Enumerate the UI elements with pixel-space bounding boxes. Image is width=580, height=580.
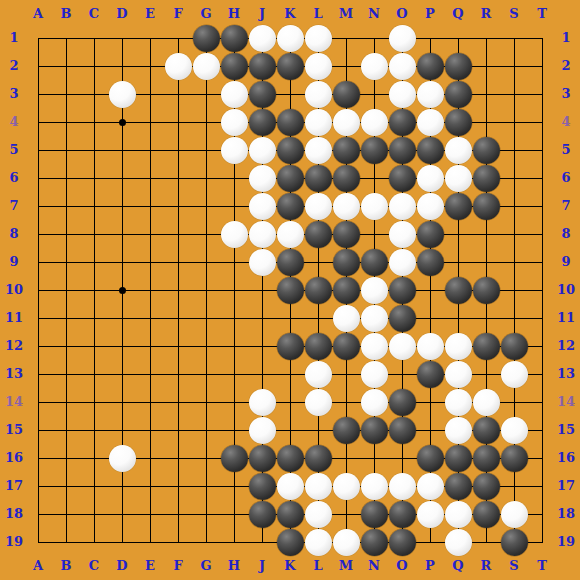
stone-black-K18 [277,501,304,528]
stone-white-S18 [501,501,528,528]
row-label-right-17: 17 [554,479,578,493]
row-label-left-17: 17 [2,479,26,493]
stone-black-Q17 [445,473,472,500]
col-label-top-G: G [194,7,218,21]
row-label-left-1: 1 [2,31,26,45]
stone-black-O19 [389,529,416,556]
stone-black-M15 [333,417,360,444]
col-label-bottom-N: N [362,559,386,573]
col-label-bottom-P: P [418,559,442,573]
stone-white-J5 [249,137,276,164]
stone-black-N19 [361,529,388,556]
col-label-top-P: P [418,7,442,21]
stone-black-J18 [249,501,276,528]
col-label-top-E: E [138,7,162,21]
row-label-left-16: 16 [2,451,26,465]
row-label-right-2: 2 [554,59,578,73]
stone-white-L7 [305,193,332,220]
row-label-left-3: 3 [2,87,26,101]
stone-white-N10 [361,277,388,304]
stone-black-K5 [277,137,304,164]
stone-black-P16 [417,445,444,472]
stone-black-K12 [277,333,304,360]
stone-white-J15 [249,417,276,444]
row-label-left-5: 5 [2,143,26,157]
stone-white-H3 [221,81,248,108]
stone-white-J9 [249,249,276,276]
stone-black-K16 [277,445,304,472]
stone-black-O14 [389,389,416,416]
stone-white-M4 [333,109,360,136]
row-label-right-10: 10 [554,283,578,297]
col-label-top-S: S [502,7,526,21]
stone-white-M7 [333,193,360,220]
stone-white-H4 [221,109,248,136]
stone-black-Q16 [445,445,472,472]
col-label-top-T: T [530,7,554,21]
row-label-right-12: 12 [554,339,578,353]
row-label-left-7: 7 [2,199,26,213]
row-label-left-9: 9 [2,255,26,269]
stone-white-N14 [361,389,388,416]
stone-black-K7 [277,193,304,220]
stone-black-Q3 [445,81,472,108]
stone-black-N15 [361,417,388,444]
stone-white-O12 [389,333,416,360]
stone-white-P7 [417,193,444,220]
stone-white-P6 [417,165,444,192]
stone-black-P5 [417,137,444,164]
row-label-right-16: 16 [554,451,578,465]
col-label-bottom-M: M [334,559,358,573]
stone-black-L6 [305,165,332,192]
stone-black-J3 [249,81,276,108]
row-label-right-19: 19 [554,535,578,549]
stone-white-O3 [389,81,416,108]
stone-black-Q7 [445,193,472,220]
row-label-right-18: 18 [554,507,578,521]
row-label-left-19: 19 [2,535,26,549]
stone-white-L5 [305,137,332,164]
stone-black-J4 [249,109,276,136]
col-label-bottom-H: H [222,559,246,573]
stone-white-S13 [501,361,528,388]
grid-vline-T [542,38,543,543]
stone-white-N17 [361,473,388,500]
row-label-right-5: 5 [554,143,578,157]
col-label-bottom-O: O [390,559,414,573]
stone-white-G2 [193,53,220,80]
stone-white-H8 [221,221,248,248]
stone-black-J2 [249,53,276,80]
row-label-left-15: 15 [2,423,26,437]
stone-black-H16 [221,445,248,472]
stone-white-L1 [305,25,332,52]
stone-black-J17 [249,473,276,500]
col-label-top-K: K [278,7,302,21]
row-label-right-4: 4 [554,115,578,129]
stone-white-O2 [389,53,416,80]
stone-black-O6 [389,165,416,192]
stone-white-N11 [361,305,388,332]
stone-white-N7 [361,193,388,220]
row-label-right-1: 1 [554,31,578,45]
go-board[interactable]: AABBCCDDEEFFGGHHJJKKLLMMNNOOPPQQRRSSTT11… [0,0,580,580]
col-label-bottom-A: A [26,559,50,573]
col-label-bottom-T: T [530,559,554,573]
stone-black-K2 [277,53,304,80]
col-label-bottom-E: E [138,559,162,573]
col-label-top-R: R [474,7,498,21]
stone-black-M8 [333,221,360,248]
row-label-right-7: 7 [554,199,578,213]
row-label-right-3: 3 [554,87,578,101]
stone-white-J7 [249,193,276,220]
stone-black-R10 [473,277,500,304]
stone-white-O9 [389,249,416,276]
stone-white-D3 [109,81,136,108]
stone-white-S15 [501,417,528,444]
star-point-D4 [119,119,126,126]
stone-black-O11 [389,305,416,332]
stone-white-N2 [361,53,388,80]
stone-black-H1 [221,25,248,52]
col-label-top-Q: Q [446,7,470,21]
row-label-right-15: 15 [554,423,578,437]
col-label-bottom-S: S [502,559,526,573]
col-label-top-F: F [166,7,190,21]
row-label-left-4: 4 [2,115,26,129]
stone-black-Q4 [445,109,472,136]
stone-white-K17 [277,473,304,500]
stone-black-P13 [417,361,444,388]
stone-white-K8 [277,221,304,248]
stone-black-N5 [361,137,388,164]
stone-black-O15 [389,417,416,444]
row-label-right-6: 6 [554,171,578,185]
stone-black-M5 [333,137,360,164]
stone-black-L12 [305,333,332,360]
stone-white-D16 [109,445,136,472]
stone-white-L2 [305,53,332,80]
col-label-top-J: J [250,7,274,21]
stone-black-O4 [389,109,416,136]
stone-white-P18 [417,501,444,528]
col-label-bottom-L: L [306,559,330,573]
stone-black-O18 [389,501,416,528]
stone-black-O5 [389,137,416,164]
stone-black-R6 [473,165,500,192]
stone-black-P8 [417,221,444,248]
stone-white-K1 [277,25,304,52]
stone-black-R16 [473,445,500,472]
stone-white-Q15 [445,417,472,444]
col-label-top-M: M [334,7,358,21]
stone-white-O8 [389,221,416,248]
row-label-right-11: 11 [554,311,578,325]
stone-white-Q12 [445,333,472,360]
row-label-left-6: 6 [2,171,26,185]
row-label-left-12: 12 [2,339,26,353]
stone-white-L18 [305,501,332,528]
stone-white-Q13 [445,361,472,388]
row-label-left-11: 11 [2,311,26,325]
col-label-top-A: A [26,7,50,21]
stone-white-N12 [361,333,388,360]
stone-black-S12 [501,333,528,360]
stone-white-J14 [249,389,276,416]
stone-black-M12 [333,333,360,360]
col-label-bottom-F: F [166,559,190,573]
stone-white-L14 [305,389,332,416]
stone-black-R17 [473,473,500,500]
stone-white-P12 [417,333,444,360]
stone-black-R18 [473,501,500,528]
stone-white-L4 [305,109,332,136]
col-label-bottom-C: C [82,559,106,573]
stone-black-M6 [333,165,360,192]
col-label-bottom-R: R [474,559,498,573]
stone-white-M19 [333,529,360,556]
stone-black-K19 [277,529,304,556]
stone-white-O7 [389,193,416,220]
stone-white-L19 [305,529,332,556]
stone-white-L3 [305,81,332,108]
stone-white-O1 [389,25,416,52]
stone-white-J8 [249,221,276,248]
stone-black-G1 [193,25,220,52]
stone-black-N9 [361,249,388,276]
stone-white-J6 [249,165,276,192]
stone-black-R5 [473,137,500,164]
stone-black-L8 [305,221,332,248]
col-label-bottom-D: D [110,559,134,573]
stone-white-Q19 [445,529,472,556]
stone-black-K9 [277,249,304,276]
stone-black-R15 [473,417,500,444]
stone-white-P17 [417,473,444,500]
stone-black-P2 [417,53,444,80]
col-label-bottom-Q: Q [446,559,470,573]
row-label-right-9: 9 [554,255,578,269]
stone-white-P4 [417,109,444,136]
row-label-left-14: 14 [2,395,26,409]
col-label-top-H: H [222,7,246,21]
stone-black-S16 [501,445,528,472]
stone-white-M17 [333,473,360,500]
stone-black-M10 [333,277,360,304]
stone-white-N4 [361,109,388,136]
stone-white-M11 [333,305,360,332]
stone-black-L16 [305,445,332,472]
stone-white-Q5 [445,137,472,164]
stone-black-M3 [333,81,360,108]
stone-black-O10 [389,277,416,304]
stone-white-Q18 [445,501,472,528]
col-label-bottom-G: G [194,559,218,573]
col-label-bottom-B: B [54,559,78,573]
stone-black-H2 [221,53,248,80]
stone-white-F2 [165,53,192,80]
stone-white-L13 [305,361,332,388]
col-label-top-L: L [306,7,330,21]
col-label-bottom-K: K [278,559,302,573]
stone-black-K10 [277,277,304,304]
stone-black-S19 [501,529,528,556]
row-label-right-13: 13 [554,367,578,381]
stone-black-Q2 [445,53,472,80]
row-label-right-14: 14 [554,395,578,409]
stone-black-Q10 [445,277,472,304]
stone-white-P3 [417,81,444,108]
stone-black-R7 [473,193,500,220]
row-label-left-10: 10 [2,283,26,297]
stone-white-H5 [221,137,248,164]
row-label-right-8: 8 [554,227,578,241]
col-label-top-N: N [362,7,386,21]
grid-hline-11 [38,318,543,319]
stone-white-O17 [389,473,416,500]
col-label-top-B: B [54,7,78,21]
col-label-top-O: O [390,7,414,21]
stone-white-R14 [473,389,500,416]
stone-white-L17 [305,473,332,500]
stone-black-N18 [361,501,388,528]
stone-black-L10 [305,277,332,304]
col-label-bottom-J: J [250,559,274,573]
col-label-top-C: C [82,7,106,21]
stone-white-Q14 [445,389,472,416]
row-label-left-8: 8 [2,227,26,241]
stone-white-N13 [361,361,388,388]
stone-black-M9 [333,249,360,276]
stone-black-J16 [249,445,276,472]
stone-black-K4 [277,109,304,136]
stone-black-R12 [473,333,500,360]
star-point-D10 [119,287,126,294]
col-label-top-D: D [110,7,134,21]
row-label-left-2: 2 [2,59,26,73]
stone-black-K6 [277,165,304,192]
stone-black-P9 [417,249,444,276]
row-label-left-18: 18 [2,507,26,521]
go-app-window: AABBCCDDEEFFGGHHJJKKLLMMNNOOPPQQRRSSTT11… [0,0,580,580]
row-label-left-13: 13 [2,367,26,381]
stone-white-J1 [249,25,276,52]
stone-white-Q6 [445,165,472,192]
